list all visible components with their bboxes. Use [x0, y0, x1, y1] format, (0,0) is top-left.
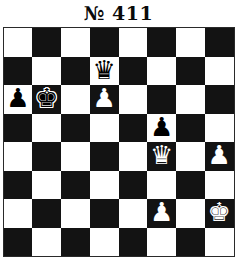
square-a2	[4, 199, 33, 228]
square-a7	[4, 57, 33, 86]
square-b7	[32, 57, 61, 86]
square-f8	[147, 28, 176, 57]
piece-black-pawn-f5: ♟	[150, 114, 173, 140]
square-e5	[119, 114, 148, 143]
square-e1	[119, 228, 148, 257]
square-c1	[61, 228, 90, 257]
square-g1	[176, 228, 205, 257]
square-d8	[90, 28, 119, 57]
square-h1	[205, 228, 234, 257]
square-e6	[119, 85, 148, 114]
piece-black-pawn-a6: ♟	[6, 85, 29, 111]
square-d6: ♟	[90, 85, 119, 114]
square-c2	[61, 199, 90, 228]
square-b8	[32, 28, 61, 57]
square-g8	[176, 28, 205, 57]
square-f3	[147, 171, 176, 200]
square-g4	[176, 142, 205, 171]
square-d3	[90, 171, 119, 200]
square-h7	[205, 57, 234, 86]
square-g3	[176, 171, 205, 200]
square-g7	[176, 57, 205, 86]
square-f6	[147, 85, 176, 114]
piece-black-king-b6: ♚	[35, 85, 58, 111]
square-h5	[205, 114, 234, 143]
square-e4	[119, 142, 148, 171]
square-h2: ♚	[205, 199, 234, 228]
square-b2	[32, 199, 61, 228]
square-a6: ♟	[4, 85, 33, 114]
square-f7	[147, 57, 176, 86]
square-a4	[4, 142, 33, 171]
square-c5	[61, 114, 90, 143]
square-d1	[90, 228, 119, 257]
square-d4	[90, 142, 119, 171]
square-h8	[205, 28, 234, 57]
square-e8	[119, 28, 148, 57]
square-b4	[32, 142, 61, 171]
square-b6: ♚	[32, 85, 61, 114]
square-f5: ♟	[147, 114, 176, 143]
square-b5	[32, 114, 61, 143]
square-e7	[119, 57, 148, 86]
square-c6	[61, 85, 90, 114]
square-b1	[32, 228, 61, 257]
square-f1	[147, 228, 176, 257]
square-c4	[61, 142, 90, 171]
square-c3	[61, 171, 90, 200]
puzzle-number: № 411	[0, 0, 237, 27]
square-e3	[119, 171, 148, 200]
square-c7	[61, 57, 90, 86]
square-d2	[90, 199, 119, 228]
square-a1	[4, 228, 33, 257]
piece-black-queen-d7: ♛	[92, 57, 115, 83]
square-a5	[4, 114, 33, 143]
square-e2	[119, 199, 148, 228]
piece-white-pawn-d6: ♟	[92, 85, 115, 111]
square-b3	[32, 171, 61, 200]
square-g2	[176, 199, 205, 228]
square-f4: ♛	[147, 142, 176, 171]
piece-white-king-h2: ♚	[207, 199, 230, 225]
square-h6	[205, 85, 234, 114]
square-d7: ♛	[90, 57, 119, 86]
square-f2: ♟	[147, 199, 176, 228]
square-g5	[176, 114, 205, 143]
piece-white-queen-f4: ♛	[150, 142, 173, 168]
piece-white-pawn-h4: ♟	[207, 142, 230, 168]
square-h3	[205, 171, 234, 200]
chess-board: ♛♟♚♟♟♛♟♟♚	[3, 27, 235, 257]
square-a8	[4, 28, 33, 57]
square-h4: ♟	[205, 142, 234, 171]
square-a3	[4, 171, 33, 200]
square-c8	[61, 28, 90, 57]
square-d5	[90, 114, 119, 143]
piece-white-pawn-f2: ♟	[150, 199, 173, 225]
square-g6	[176, 85, 205, 114]
